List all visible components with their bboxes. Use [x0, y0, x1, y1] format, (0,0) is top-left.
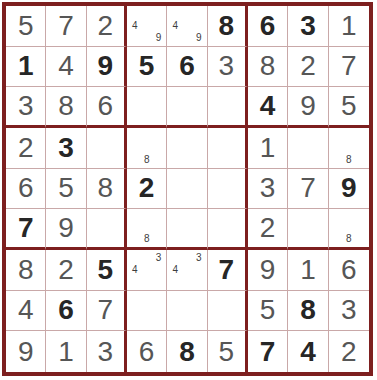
digit-bold: 8: [179, 338, 195, 366]
cell-r3c2[interactable]: 8: [46, 87, 86, 128]
digit-bold: 5: [139, 52, 155, 80]
cell-r2c2[interactable]: 4: [46, 47, 86, 88]
cell-r3c1[interactable]: 3: [6, 87, 46, 128]
cell-r7c2[interactable]: 2: [46, 250, 86, 291]
cell-r3c7[interactable]: 4: [248, 87, 288, 128]
cell-r4c2[interactable]: 3: [46, 128, 86, 169]
pencil-marks: 8: [129, 211, 164, 245]
cell-r2c6[interactable]: 3: [208, 47, 248, 88]
cell-r2c8[interactable]: 2: [288, 47, 328, 88]
cell-r2c3[interactable]: 9: [87, 47, 127, 88]
digit-bold: 3: [300, 12, 316, 40]
digit-light: 7: [58, 12, 74, 40]
digit-bold: 4: [260, 92, 276, 120]
cell-r9c6[interactable]: 5: [208, 331, 248, 372]
digit-light: 1: [341, 12, 357, 40]
digit-light: 2: [260, 214, 276, 242]
cell-r1c5[interactable]: 49: [167, 6, 207, 47]
pencil-mark-4: 4: [169, 264, 181, 276]
cell-r9c8[interactable]: 4: [288, 331, 328, 372]
digit-light: 2: [58, 256, 74, 284]
digit-bold: 9: [341, 174, 357, 202]
digit-bold: 7: [260, 338, 276, 366]
cell-r1c1[interactable]: 5: [6, 6, 46, 47]
cell-r3c8[interactable]: 9: [288, 87, 328, 128]
digit-light: 8: [18, 256, 34, 284]
cell-r6c1[interactable]: 7: [6, 209, 46, 250]
cell-r1c7[interactable]: 6: [248, 6, 288, 47]
digit-bold: 6: [260, 12, 276, 40]
cell-r6c9[interactable]: 8: [329, 209, 369, 250]
pencil-marks: 34: [169, 252, 204, 288]
cell-r4c5[interactable]: [167, 128, 207, 169]
cell-r3c3[interactable]: 6: [87, 87, 127, 128]
digit-light: 3: [341, 296, 357, 324]
cell-r4c4[interactable]: 8: [127, 128, 167, 169]
digit-light: 9: [58, 214, 74, 242]
cell-r8c6[interactable]: [208, 291, 248, 332]
digit-light: 8: [98, 174, 114, 202]
pencil-marks: 8: [331, 211, 367, 245]
cell-r4c1[interactable]: 2: [6, 128, 46, 169]
cell-r5c5[interactable]: [167, 169, 207, 210]
cell-r5c2[interactable]: 5: [46, 169, 86, 210]
cell-r9c4[interactable]: 6: [127, 331, 167, 372]
cell-r6c2[interactable]: 9: [46, 209, 86, 250]
cell-r2c5[interactable]: 6: [167, 47, 207, 88]
digit-light: 7: [341, 52, 357, 80]
pencil-mark-4: 4: [129, 20, 141, 32]
pencil-mark-8: 8: [343, 234, 355, 245]
digit-light: 5: [219, 338, 235, 366]
digit-light: 4: [58, 52, 74, 80]
cell-r9c7[interactable]: 7: [248, 331, 288, 372]
digit-light: 7: [300, 174, 316, 202]
cell-r5c6[interactable]: [208, 169, 248, 210]
cell-r8c7[interactable]: 5: [248, 291, 288, 332]
cell-r4c3[interactable]: [87, 128, 127, 169]
digit-bold: 8: [300, 296, 316, 324]
cell-r5c4[interactable]: 2: [127, 169, 167, 210]
digit-light: 6: [18, 174, 34, 202]
cell-r2c1[interactable]: 1: [6, 47, 46, 88]
digit-light: 6: [98, 92, 114, 120]
digit-light: 3: [219, 52, 235, 80]
pencil-marks: 8: [129, 130, 164, 166]
cell-r2c4[interactable]: 5: [127, 47, 167, 88]
sudoku-app: 5724949863114956382738649523818658237979…: [0, 0, 377, 380]
pencil-marks: 49: [129, 8, 164, 44]
cell-r3c9[interactable]: 5: [329, 87, 369, 128]
cell-r4c8[interactable]: [288, 128, 328, 169]
cell-r6c8[interactable]: [288, 209, 328, 250]
digit-bold: 4: [300, 338, 316, 366]
digit-bold: 7: [18, 214, 34, 242]
digit-bold: 6: [179, 52, 195, 80]
digit-light: 7: [98, 296, 114, 324]
cell-r2c7[interactable]: 8: [248, 47, 288, 88]
cell-r7c5[interactable]: 34: [167, 250, 207, 291]
cell-r3c5[interactable]: [167, 87, 207, 128]
cell-r8c4[interactable]: [127, 291, 167, 332]
digit-light: 9: [18, 338, 34, 366]
digit-light: 1: [58, 338, 74, 366]
cell-r8c3[interactable]: 7: [87, 291, 127, 332]
cell-r2c9[interactable]: 7: [329, 47, 369, 88]
digit-light: 2: [341, 338, 357, 366]
cell-r9c3[interactable]: 3: [87, 331, 127, 372]
pencil-mark-4: 4: [169, 20, 181, 32]
digit-bold: 1: [18, 52, 34, 80]
digit-light: 8: [260, 52, 276, 80]
cell-r1c6[interactable]: 8: [208, 6, 248, 47]
digit-light: 8: [58, 92, 74, 120]
digit-light: 5: [341, 92, 357, 120]
cell-r6c3[interactable]: [87, 209, 127, 250]
digit-light: 2: [18, 134, 34, 162]
digit-bold: 2: [139, 174, 155, 202]
digit-bold: 8: [219, 12, 235, 40]
digit-bold: 3: [58, 134, 74, 162]
digit-light: 5: [18, 12, 34, 40]
digit-bold: 5: [98, 256, 114, 284]
digit-light: 2: [98, 12, 114, 40]
cell-r6c7[interactable]: 2: [248, 209, 288, 250]
cell-r4c9[interactable]: 8: [329, 128, 369, 169]
cell-r3c6[interactable]: [208, 87, 248, 128]
cell-r7c3[interactable]: 5: [87, 250, 127, 291]
digit-bold: 9: [98, 52, 114, 80]
cell-r1c3[interactable]: 2: [87, 6, 127, 47]
pencil-mark-3: 3: [153, 252, 165, 264]
digit-bold: 6: [58, 296, 74, 324]
cell-r8c8[interactable]: 8: [288, 291, 328, 332]
digit-light: 2: [300, 52, 316, 80]
cell-r5c7[interactable]: 3: [248, 169, 288, 210]
cell-r3c4[interactable]: [127, 87, 167, 128]
cell-r7c9[interactable]: 6: [329, 250, 369, 291]
digit-light: 3: [98, 338, 114, 366]
cell-r9c2[interactable]: 1: [46, 331, 86, 372]
cell-r8c1[interactable]: 4: [6, 291, 46, 332]
cell-r5c8[interactable]: 7: [288, 169, 328, 210]
pencil-mark-8: 8: [343, 154, 355, 166]
cell-r9c5[interactable]: 8: [167, 331, 207, 372]
cell-r4c6[interactable]: [208, 128, 248, 169]
cell-r7c7[interactable]: 9: [248, 250, 288, 291]
digit-light: 4: [18, 296, 34, 324]
cell-r9c9[interactable]: 2: [329, 331, 369, 372]
cell-r6c6[interactable]: [208, 209, 248, 250]
pencil-mark-8: 8: [141, 234, 153, 245]
cell-r5c9[interactable]: 9: [329, 169, 369, 210]
cell-r1c4[interactable]: 49: [127, 6, 167, 47]
digit-light: 5: [260, 296, 276, 324]
cell-r6c4[interactable]: 8: [127, 209, 167, 250]
cell-r1c2[interactable]: 7: [46, 6, 86, 47]
digit-light: 5: [58, 174, 74, 202]
digit-bold: 7: [219, 256, 235, 284]
pencil-marks: 49: [169, 8, 204, 44]
pencil-marks: 8: [331, 130, 367, 166]
cell-r6c5[interactable]: [167, 209, 207, 250]
cell-r4c7[interactable]: 1: [248, 128, 288, 169]
digit-light: 3: [260, 174, 276, 202]
pencil-mark-9: 9: [153, 32, 165, 44]
cell-r7c6[interactable]: 7: [208, 250, 248, 291]
pencil-mark-3: 3: [193, 252, 205, 264]
digit-light: 9: [300, 92, 316, 120]
cell-r1c8[interactable]: 3: [288, 6, 328, 47]
cell-r7c8[interactable]: 1: [288, 250, 328, 291]
cell-r1c9[interactable]: 1: [329, 6, 369, 47]
digit-light: 9: [260, 256, 276, 284]
cell-r7c4[interactable]: 34: [127, 250, 167, 291]
sudoku-board: 5724949863114956382738649523818658237979…: [2, 2, 373, 376]
digit-light: 6: [341, 256, 357, 284]
pencil-mark-9: 9: [193, 32, 205, 44]
digit-light: 3: [18, 92, 34, 120]
digit-light: 1: [300, 256, 316, 284]
pencil-marks: 34: [129, 252, 164, 288]
digit-light: 6: [139, 338, 155, 366]
cell-r5c3[interactable]: 8: [87, 169, 127, 210]
cell-r7c1[interactable]: 8: [6, 250, 46, 291]
pencil-mark-4: 4: [129, 264, 141, 276]
cell-r9c1[interactable]: 9: [6, 331, 46, 372]
cell-r8c9[interactable]: 3: [329, 291, 369, 332]
digit-light: 1: [260, 134, 276, 162]
cell-r8c5[interactable]: [167, 291, 207, 332]
cell-r5c1[interactable]: 6: [6, 169, 46, 210]
pencil-mark-8: 8: [141, 154, 153, 166]
cell-r8c2[interactable]: 6: [46, 291, 86, 332]
